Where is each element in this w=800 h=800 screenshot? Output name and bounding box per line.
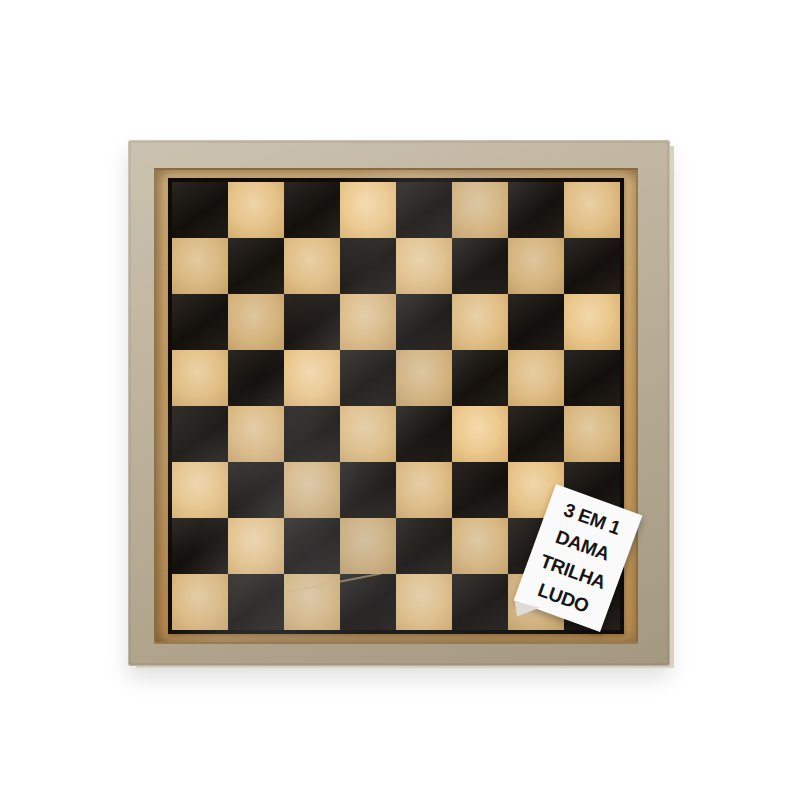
square-r5c6 xyxy=(452,406,508,462)
square-r4c8 xyxy=(564,350,620,406)
square-r6c4 xyxy=(340,462,396,518)
square-r7c2 xyxy=(228,518,284,574)
square-r6c6 xyxy=(452,462,508,518)
square-r3c4 xyxy=(340,294,396,350)
square-r1c6 xyxy=(452,182,508,238)
square-r2c3 xyxy=(284,238,340,294)
square-r1c5 xyxy=(396,182,452,238)
square-r1c8 xyxy=(564,182,620,238)
square-r8c3 xyxy=(284,574,340,630)
square-r5c4 xyxy=(340,406,396,462)
square-r1c2 xyxy=(228,182,284,238)
square-r5c8 xyxy=(564,406,620,462)
square-r3c6 xyxy=(452,294,508,350)
square-r2c8 xyxy=(564,238,620,294)
square-r3c7 xyxy=(508,294,564,350)
square-r4c4 xyxy=(340,350,396,406)
square-r8c1 xyxy=(172,574,228,630)
square-r5c1 xyxy=(172,406,228,462)
square-r8c2 xyxy=(228,574,284,630)
square-r2c7 xyxy=(508,238,564,294)
square-r7c1 xyxy=(172,518,228,574)
square-r3c2 xyxy=(228,294,284,350)
square-r4c3 xyxy=(284,350,340,406)
square-r8c5 xyxy=(396,574,452,630)
square-r5c5 xyxy=(396,406,452,462)
square-r2c2 xyxy=(228,238,284,294)
square-r6c2 xyxy=(228,462,284,518)
square-r1c3 xyxy=(284,182,340,238)
square-r2c1 xyxy=(172,238,228,294)
square-r5c7 xyxy=(508,406,564,462)
square-r4c5 xyxy=(396,350,452,406)
square-r6c1 xyxy=(172,462,228,518)
square-r5c3 xyxy=(284,406,340,462)
square-r2c6 xyxy=(452,238,508,294)
square-r3c8 xyxy=(564,294,620,350)
square-r3c5 xyxy=(396,294,452,350)
square-r7c5 xyxy=(396,518,452,574)
square-r8c6 xyxy=(452,574,508,630)
square-r1c1 xyxy=(172,182,228,238)
square-r6c5 xyxy=(396,462,452,518)
square-r7c3 xyxy=(284,518,340,574)
square-r2c4 xyxy=(340,238,396,294)
square-r6c3 xyxy=(284,462,340,518)
square-r4c2 xyxy=(228,350,284,406)
square-r3c3 xyxy=(284,294,340,350)
square-r7c4 xyxy=(340,518,396,574)
square-r3c1 xyxy=(172,294,228,350)
square-r1c4 xyxy=(340,182,396,238)
square-r7c6 xyxy=(452,518,508,574)
square-r5c2 xyxy=(228,406,284,462)
square-r4c6 xyxy=(452,350,508,406)
square-r1c7 xyxy=(508,182,564,238)
square-r4c1 xyxy=(172,350,228,406)
square-r4c7 xyxy=(508,350,564,406)
product-photo: 3 EM 1 DAMA TRILHA LUDO xyxy=(0,0,800,800)
square-r2c5 xyxy=(396,238,452,294)
square-r8c4 xyxy=(340,574,396,630)
